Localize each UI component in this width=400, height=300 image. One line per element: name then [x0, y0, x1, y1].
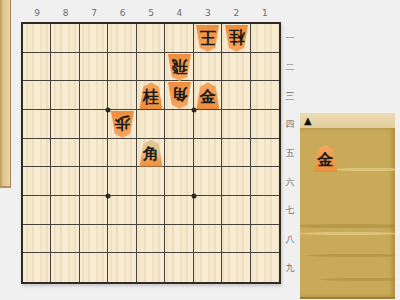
board-square-9五[interactable] [23, 139, 51, 168]
piece-kanji: 歩 [115, 115, 131, 131]
board-square-5七[interactable] [137, 196, 165, 225]
gote-komadai-edge [0, 0, 11, 188]
board-square-7五[interactable] [80, 139, 108, 168]
board-square-9二[interactable] [23, 53, 51, 82]
board-square-7六[interactable] [80, 167, 108, 196]
board-square-8五[interactable] [51, 139, 79, 168]
board-square-1二[interactable] [251, 53, 279, 82]
board-square-2八[interactable] [222, 225, 250, 254]
board-square-9三[interactable] [23, 81, 51, 110]
board-square-8八[interactable] [51, 225, 79, 254]
board-square-5九[interactable] [137, 253, 165, 282]
piece-kanji: 角 [171, 87, 187, 103]
piece-kanji: 金 [200, 89, 216, 105]
board-square-6一[interactable] [108, 24, 136, 53]
board-square-7九[interactable] [80, 253, 108, 282]
board-square-2七[interactable] [222, 196, 250, 225]
board-square-8二[interactable] [51, 53, 79, 82]
file-label-9: 9 [29, 8, 45, 18]
file-label-7: 7 [86, 8, 102, 18]
board-square-1四[interactable] [251, 110, 279, 139]
board-square-6八[interactable] [108, 225, 136, 254]
board-square-7四[interactable] [80, 110, 108, 139]
board-square-1五[interactable] [251, 139, 279, 168]
board-square-8四[interactable] [51, 110, 79, 139]
board-square-1八[interactable] [251, 225, 279, 254]
file-label-8: 8 [58, 8, 74, 18]
board-square-5八[interactable] [137, 225, 165, 254]
board-square-2九[interactable] [222, 253, 250, 282]
file-label-2: 2 [228, 8, 244, 18]
board-square-4八[interactable] [165, 225, 193, 254]
board-square-6六[interactable] [108, 167, 136, 196]
rank-label-4: 四 [283, 118, 297, 131]
file-label-3: 3 [200, 8, 216, 18]
board-square-5六[interactable] [137, 167, 165, 196]
board-square-9九[interactable] [23, 253, 51, 282]
sente-komadai: 金 [300, 128, 395, 299]
rank-label-8: 八 [283, 233, 297, 246]
rank-label-5: 五 [283, 147, 297, 160]
hand-piece-gold[interactable]: 金 [313, 145, 338, 172]
board-square-4一[interactable] [165, 24, 193, 53]
file-label-6: 6 [115, 8, 131, 18]
board-square-4四[interactable] [165, 110, 193, 139]
board-square-5一[interactable] [137, 24, 165, 53]
piece-kanji: 桂 [143, 89, 159, 105]
piece-kanji: 飛 [171, 58, 187, 74]
board-square-1六[interactable] [251, 167, 279, 196]
board-square-4七[interactable] [165, 196, 193, 225]
piece-kanji: 金 [318, 152, 334, 168]
komadai-top-bar: ▲ [300, 113, 395, 129]
rank-label-1: 一 [283, 32, 297, 45]
board-square-6五[interactable] [108, 139, 136, 168]
board-square-8九[interactable] [51, 253, 79, 282]
board-square-2四[interactable] [222, 110, 250, 139]
piece-kanji: 桂 [228, 29, 244, 45]
file-label-4: 4 [171, 8, 187, 18]
wood-grain [300, 232, 395, 235]
board-square-9四[interactable] [23, 110, 51, 139]
board-square-9七[interactable] [23, 196, 51, 225]
piece-kanji: 王 [200, 29, 216, 45]
board-square-5四[interactable] [137, 110, 165, 139]
board-square-6七[interactable] [108, 196, 136, 225]
board-square-8七[interactable] [51, 196, 79, 225]
board-square-2二[interactable] [222, 53, 250, 82]
rank-label-3: 三 [283, 90, 297, 103]
app-background: { "game": "shogi", "position": { "sfen":… [0, 0, 400, 300]
board-square-1一[interactable] [251, 24, 279, 53]
board-square-6九[interactable] [108, 253, 136, 282]
board-square-1三[interactable] [251, 81, 279, 110]
board-square-4六[interactable] [165, 167, 193, 196]
board-square-3七[interactable] [194, 196, 222, 225]
wood-grain [320, 278, 395, 281]
rank-label-6: 六 [283, 176, 297, 189]
board-square-2三[interactable] [222, 81, 250, 110]
star-point [106, 194, 111, 199]
file-label-5: 5 [143, 8, 159, 18]
star-point [191, 108, 196, 113]
star-point [106, 108, 111, 113]
board-square-7三[interactable] [80, 81, 108, 110]
board-square-4九[interactable] [165, 253, 193, 282]
board-square-9六[interactable] [23, 167, 51, 196]
board-square-6三[interactable] [108, 81, 136, 110]
board-square-3五[interactable] [194, 139, 222, 168]
sente-to-move-indicator: ▲ [304, 114, 312, 127]
rank-label-7: 七 [283, 204, 297, 217]
board-square-3八[interactable] [194, 225, 222, 254]
wood-grain [300, 224, 395, 228]
file-label-1: 1 [257, 8, 273, 18]
board-square-8六[interactable] [51, 167, 79, 196]
board-square-4五[interactable] [165, 139, 193, 168]
board-square-7七[interactable] [80, 196, 108, 225]
board-square-6二[interactable] [108, 53, 136, 82]
board-square-5二[interactable] [137, 53, 165, 82]
board-square-2五[interactable] [222, 139, 250, 168]
piece-kanji: 角 [143, 146, 159, 162]
board-square-8三[interactable] [51, 81, 79, 110]
board-square-8一[interactable] [51, 24, 79, 53]
board-square-3四[interactable] [194, 110, 222, 139]
board-square-3九[interactable] [194, 253, 222, 282]
rank-label-9: 九 [283, 262, 297, 275]
star-point [191, 194, 196, 199]
rank-label-2: 二 [283, 61, 297, 74]
board-square-7一[interactable] [80, 24, 108, 53]
board-square-2六[interactable] [222, 167, 250, 196]
board-square-1七[interactable] [251, 196, 279, 225]
board-square-1九[interactable] [251, 253, 279, 282]
board-square-3六[interactable] [194, 167, 222, 196]
board-square-3二[interactable] [194, 53, 222, 82]
wood-grain [330, 168, 395, 171]
board-square-7二[interactable] [80, 53, 108, 82]
board-square-9一[interactable] [23, 24, 51, 53]
board-square-9八[interactable] [23, 225, 51, 254]
board-square-7八[interactable] [80, 225, 108, 254]
wood-grain [306, 254, 395, 257]
